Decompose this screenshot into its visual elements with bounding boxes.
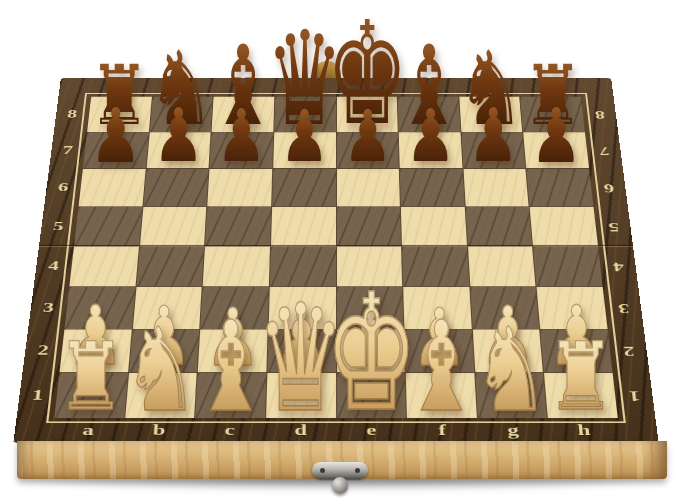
square-h4[interactable] [533, 246, 602, 286]
latch-screw-icon [320, 468, 325, 473]
square-e5[interactable] [336, 207, 401, 246]
square-c5[interactable] [205, 207, 271, 246]
dark-pawn-b7[interactable]: ♟ [153, 99, 204, 173]
square-a5[interactable] [74, 207, 142, 246]
latch-screw-icon [355, 468, 360, 473]
rank-label-left-5: 5 [42, 207, 75, 246]
folding-chess-set-photo: 8877665544332211abcdefgh ♜♞♝♛♚♝♞♜♟♟♟♟♟♟♟… [0, 0, 679, 498]
rank-label-right-5: 5 [597, 207, 630, 246]
dark-pawn-e7[interactable]: ♟ [343, 101, 392, 173]
square-f5[interactable] [401, 207, 467, 246]
light-knight-g1[interactable]: ♞ [473, 312, 549, 428]
square-h5[interactable] [530, 207, 598, 246]
rank-label-left-8: 8 [57, 97, 88, 132]
light-rook-h1[interactable]: ♜ [547, 330, 616, 424]
rank-label-right-7: 7 [589, 132, 620, 169]
fold-seam [39, 245, 633, 247]
dark-pawn-a7[interactable]: ♟ [90, 98, 142, 173]
square-a4[interactable] [69, 246, 138, 286]
dark-pawn-h7[interactable]: ♟ [530, 98, 582, 173]
square-d5[interactable] [271, 207, 336, 246]
rank-label-left-6: 6 [47, 169, 79, 207]
dark-pawn-g7[interactable]: ♟ [468, 99, 519, 173]
square-g5[interactable] [465, 207, 532, 246]
light-bishop-f1[interactable]: ♝ [403, 304, 480, 429]
square-b4[interactable] [136, 246, 204, 286]
dark-pawn-d7[interactable]: ♟ [280, 101, 329, 173]
light-rook-a1[interactable]: ♜ [56, 330, 125, 424]
rank-label-right-6: 6 [593, 169, 625, 207]
rank-label-left-4: 4 [37, 246, 70, 287]
rank-label-left-7: 7 [52, 132, 83, 169]
square-b5[interactable] [140, 207, 207, 246]
rank-label-right-4: 4 [602, 246, 635, 287]
light-knight-b1[interactable]: ♞ [123, 312, 199, 428]
rank-label-left-1: 1 [20, 373, 55, 418]
rank-label-right-1: 1 [617, 373, 652, 418]
rank-label-right-2: 2 [612, 329, 647, 373]
dark-pawn-c7[interactable]: ♟ [216, 100, 266, 173]
rank-label-left-2: 2 [26, 329, 61, 373]
dark-pawn-f7[interactable]: ♟ [405, 100, 455, 173]
square-g4[interactable] [468, 246, 536, 286]
rank-label-right-8: 8 [585, 97, 616, 132]
latch-knob-icon [332, 477, 348, 494]
